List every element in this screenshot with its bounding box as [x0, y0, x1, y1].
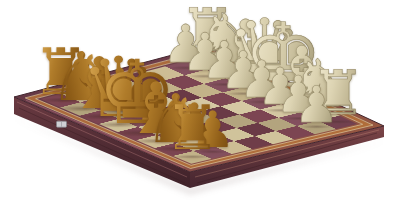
piece-cream-pawn-h7[interactable]: ♟: [294, 79, 339, 129]
hinge: [57, 121, 67, 127]
piece-amber-rook-h1[interactable]: ♜: [165, 98, 220, 160]
chess-set-photo: ♜♞♝♛♚♝♞♜♟♟♟♟♟♟♟♟♟♟♟♟♟♟♟♟♜♞♝♛♚♝♞♜: [0, 0, 400, 210]
